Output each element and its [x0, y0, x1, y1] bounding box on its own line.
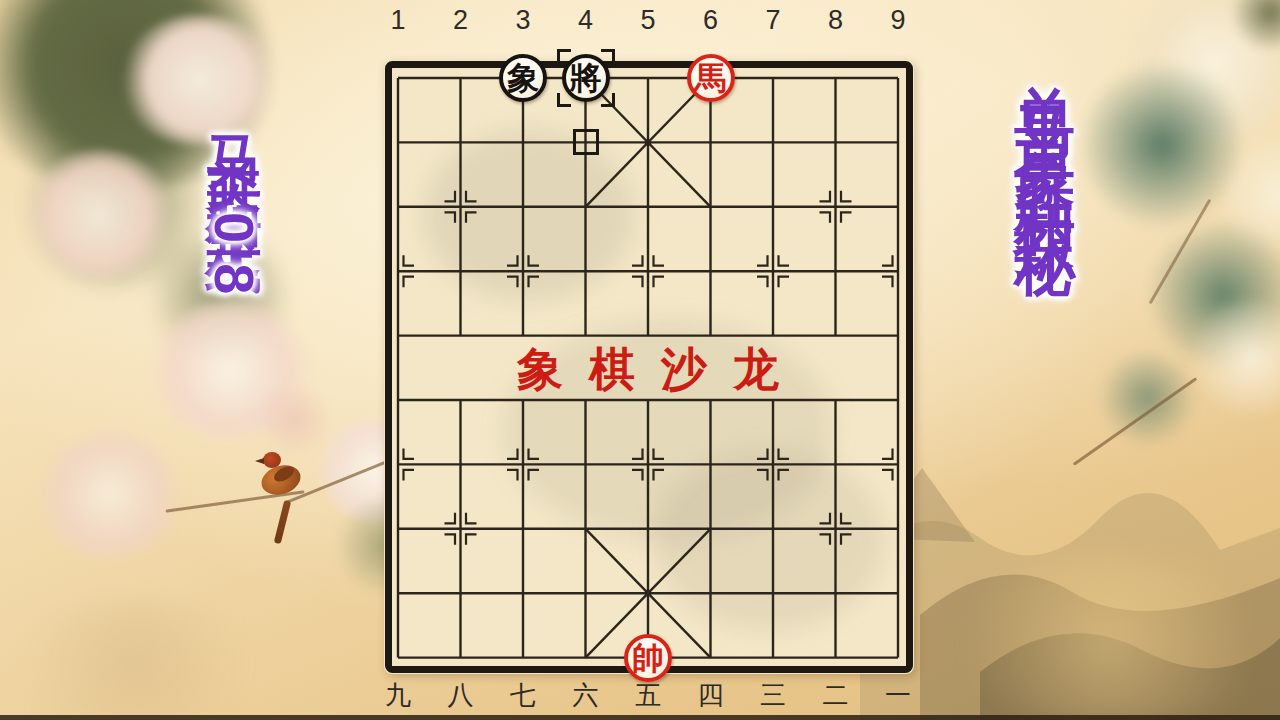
black-piece[interactable]: 象 — [499, 54, 547, 102]
file-number-label: 4 — [564, 5, 608, 36]
right-title: 单马单象胜和探秘 — [1004, 36, 1086, 212]
black-piece[interactable]: 將 — [562, 54, 610, 102]
file-cjk-label: 一 — [876, 678, 920, 713]
file-cjk-label: 二 — [814, 678, 858, 713]
move-square-marker — [573, 129, 599, 155]
mountain-painting — [860, 410, 1280, 720]
pieces-layer: 象將馬帥 — [384, 60, 914, 674]
video-frame: 马类胜和定式08 单马单象胜和探秘 123456789 九八七六五四三二一 象棋… — [0, 0, 1280, 720]
left-title: 马类胜和定式08 — [196, 92, 272, 314]
file-number-label: 7 — [751, 5, 795, 36]
file-cjk-label: 三 — [751, 678, 795, 713]
file-cjk-label: 九 — [376, 678, 420, 713]
file-number-label: 3 — [501, 5, 545, 36]
bottom-edge-bar — [0, 715, 1280, 720]
file-cjk-label: 八 — [439, 678, 483, 713]
golden-haze — [940, 555, 1280, 720]
bird-painting — [165, 438, 405, 568]
file-cjk-label: 四 — [689, 678, 733, 713]
file-number-label: 9 — [876, 5, 920, 36]
branch-line — [1073, 377, 1198, 465]
xiangqi-board[interactable]: 象棋沙龙 象將馬帥 — [384, 60, 914, 674]
branch-line — [1149, 199, 1212, 304]
file-cjk-label: 七 — [501, 678, 545, 713]
file-number-label: 6 — [689, 5, 733, 36]
file-number-label: 1 — [376, 5, 420, 36]
file-number-label: 5 — [626, 5, 670, 36]
file-number-label: 2 — [439, 5, 483, 36]
file-number-label: 8 — [814, 5, 858, 36]
red-piece[interactable]: 馬 — [687, 54, 735, 102]
red-piece[interactable]: 帥 — [624, 634, 672, 682]
file-cjk-label: 五 — [626, 678, 670, 713]
file-cjk-label: 六 — [564, 678, 608, 713]
